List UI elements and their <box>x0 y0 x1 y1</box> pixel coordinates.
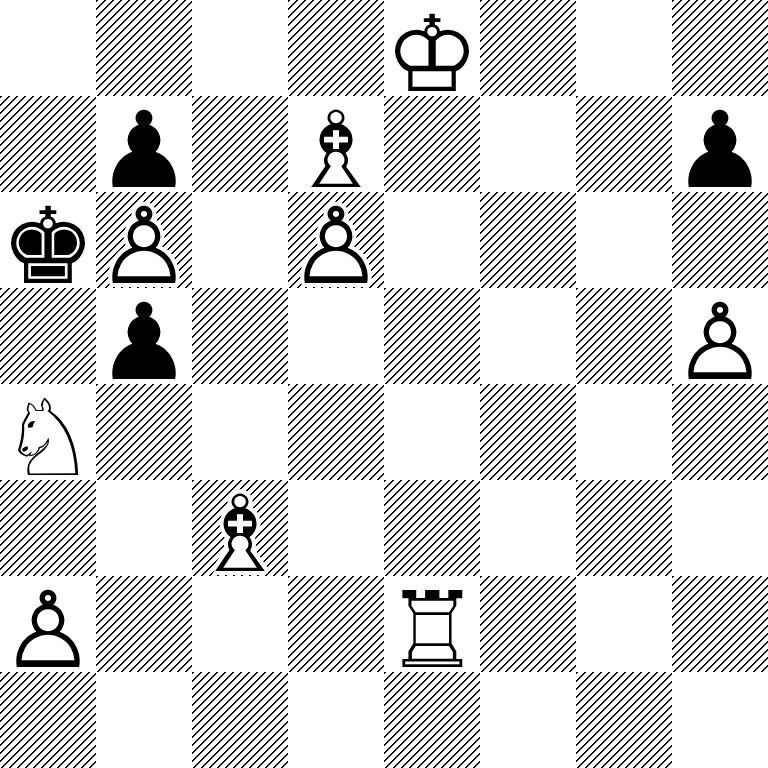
white-bishop-c3[interactable]: ♗ <box>192 482 287 588</box>
square-e5[interactable] <box>384 288 480 384</box>
square-c7[interactable] <box>192 96 288 192</box>
square-h2[interactable] <box>672 576 768 672</box>
square-c4[interactable] <box>192 384 288 480</box>
piece-halo: ♟ <box>0 578 95 684</box>
piece-halo: ♟ <box>672 290 767 396</box>
square-h6[interactable] <box>672 192 768 288</box>
square-c5[interactable] <box>192 288 288 384</box>
square-f4[interactable] <box>480 384 576 480</box>
square-f1[interactable] <box>480 672 576 768</box>
piece-halo: ♝ <box>288 98 383 204</box>
square-f5[interactable] <box>480 288 576 384</box>
black-pawn-b7[interactable]: ♟ <box>96 98 191 204</box>
square-h8[interactable] <box>672 0 768 96</box>
square-a7[interactable] <box>0 96 96 192</box>
square-f6[interactable] <box>480 192 576 288</box>
white-knight-a4[interactable]: ♘ <box>0 386 95 492</box>
piece-halo: ♟ <box>96 194 191 300</box>
square-a8[interactable] <box>0 0 96 96</box>
piece-halo: ♜ <box>384 578 479 684</box>
square-d5[interactable] <box>288 288 384 384</box>
square-e2[interactable]: ♜♖ <box>384 576 480 672</box>
white-pawn-a2[interactable]: ♙ <box>0 578 95 684</box>
square-d4[interactable] <box>288 384 384 480</box>
square-a5[interactable] <box>0 288 96 384</box>
piece-halo: ♚ <box>0 194 95 300</box>
square-c2[interactable] <box>192 576 288 672</box>
square-a3[interactable] <box>0 480 96 576</box>
white-pawn-h5[interactable]: ♙ <box>672 290 767 396</box>
square-b3[interactable] <box>96 480 192 576</box>
white-pawn-d6[interactable]: ♙ <box>288 194 383 300</box>
square-b5[interactable]: ♟♟ <box>96 288 192 384</box>
white-bishop-d7[interactable]: ♗ <box>288 98 383 204</box>
square-d6[interactable]: ♟♙ <box>288 192 384 288</box>
white-king-e8[interactable]: ♔ <box>384 2 479 108</box>
square-f2[interactable] <box>480 576 576 672</box>
square-h1[interactable] <box>672 672 768 768</box>
piece-halo: ♝ <box>192 482 287 588</box>
square-h5[interactable]: ♟♙ <box>672 288 768 384</box>
black-king-a6[interactable]: ♚ <box>0 194 95 300</box>
piece-halo: ♟ <box>96 290 191 396</box>
square-b2[interactable] <box>96 576 192 672</box>
black-pawn-h7[interactable]: ♟ <box>672 98 767 204</box>
square-g8[interactable] <box>576 0 672 96</box>
white-rook-e2[interactable]: ♖ <box>384 578 479 684</box>
square-d7[interactable]: ♝♗ <box>288 96 384 192</box>
square-f8[interactable] <box>480 0 576 96</box>
square-e7[interactable] <box>384 96 480 192</box>
square-g5[interactable] <box>576 288 672 384</box>
square-h4[interactable] <box>672 384 768 480</box>
square-e6[interactable] <box>384 192 480 288</box>
chess-board: ♚♔♟♟♝♗♟♟♚♚♟♙♟♙♟♟♟♙♞♘♝♗♟♙♜♖ <box>0 0 768 768</box>
square-g2[interactable] <box>576 576 672 672</box>
square-g3[interactable] <box>576 480 672 576</box>
square-b4[interactable] <box>96 384 192 480</box>
square-e1[interactable] <box>384 672 480 768</box>
square-a6[interactable]: ♚♚ <box>0 192 96 288</box>
piece-halo: ♚ <box>384 2 479 108</box>
piece-halo: ♟ <box>672 98 767 204</box>
square-d2[interactable] <box>288 576 384 672</box>
square-a2[interactable]: ♟♙ <box>0 576 96 672</box>
square-c6[interactable] <box>192 192 288 288</box>
square-a1[interactable] <box>0 672 96 768</box>
piece-halo: ♞ <box>0 386 95 492</box>
square-e3[interactable] <box>384 480 480 576</box>
square-e4[interactable] <box>384 384 480 480</box>
square-c3[interactable]: ♝♗ <box>192 480 288 576</box>
square-g7[interactable] <box>576 96 672 192</box>
square-g4[interactable] <box>576 384 672 480</box>
square-h7[interactable]: ♟♟ <box>672 96 768 192</box>
square-g1[interactable] <box>576 672 672 768</box>
square-f7[interactable] <box>480 96 576 192</box>
square-h3[interactable] <box>672 480 768 576</box>
square-b1[interactable] <box>96 672 192 768</box>
square-c8[interactable] <box>192 0 288 96</box>
square-d3[interactable] <box>288 480 384 576</box>
square-d1[interactable] <box>288 672 384 768</box>
square-b6[interactable]: ♟♙ <box>96 192 192 288</box>
square-e8[interactable]: ♚♔ <box>384 0 480 96</box>
piece-halo: ♟ <box>96 98 191 204</box>
square-g6[interactable] <box>576 192 672 288</box>
square-b7[interactable]: ♟♟ <box>96 96 192 192</box>
square-f3[interactable] <box>480 480 576 576</box>
square-d8[interactable] <box>288 0 384 96</box>
white-pawn-b6[interactable]: ♙ <box>96 194 191 300</box>
square-a4[interactable]: ♞♘ <box>0 384 96 480</box>
piece-halo: ♟ <box>288 194 383 300</box>
square-c1[interactable] <box>192 672 288 768</box>
square-b8[interactable] <box>96 0 192 96</box>
black-pawn-b5[interactable]: ♟ <box>96 290 191 396</box>
